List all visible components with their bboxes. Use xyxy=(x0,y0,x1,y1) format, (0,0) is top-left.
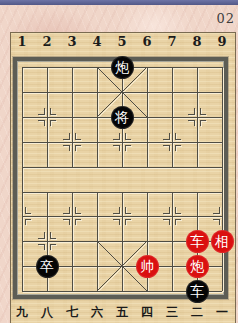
file-label-bottom-3: 七 xyxy=(63,304,81,321)
file-label-bottom-7: 三 xyxy=(163,304,181,321)
file-label-bottom-8: 二 xyxy=(188,304,206,321)
diagram-number: 02 xyxy=(216,11,235,26)
piece-black-general[interactable]: 将 xyxy=(111,106,134,129)
piece-red-general[interactable]: 帅 xyxy=(136,255,159,278)
file-label-top-7: 7 xyxy=(163,34,181,49)
piece-black-chariot[interactable]: 车 xyxy=(186,280,209,303)
file-label-top-8: 8 xyxy=(188,34,206,49)
piece-red-chariot[interactable]: 车 xyxy=(186,230,209,253)
file-label-bottom-4: 六 xyxy=(88,304,106,321)
file-label-bottom-1: 九 xyxy=(13,304,31,321)
file-label-top-9: 9 xyxy=(213,34,231,49)
file-label-bottom-2: 八 xyxy=(38,304,56,321)
piece-red-elephant[interactable]: 相 xyxy=(211,230,234,253)
file-label-bottom-5: 五 xyxy=(113,304,131,321)
xiangqi-app: 02 123456789九八七六五四三二一炮将车相卒帅炮车 xyxy=(0,0,238,323)
file-label-top-4: 4 xyxy=(88,34,106,49)
file-label-top-6: 6 xyxy=(138,34,156,49)
piece-black-soldier[interactable]: 卒 xyxy=(36,255,59,278)
piece-black-cannon[interactable]: 炮 xyxy=(111,56,134,79)
file-label-top-3: 3 xyxy=(63,34,81,49)
file-label-bottom-9: 一 xyxy=(213,304,231,321)
piece-red-cannon[interactable]: 炮 xyxy=(186,255,209,278)
file-label-top-1: 1 xyxy=(13,34,31,49)
file-label-top-2: 2 xyxy=(38,34,56,49)
title-bar xyxy=(0,0,238,5)
file-label-top-5: 5 xyxy=(113,34,131,49)
file-label-bottom-6: 四 xyxy=(138,304,156,321)
